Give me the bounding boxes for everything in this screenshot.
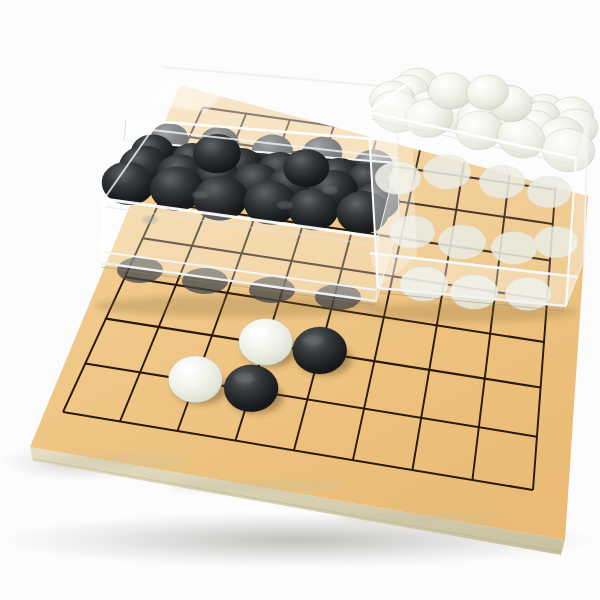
go-board-scene: [0, 0, 600, 600]
white-stone-box: [368, 66, 600, 311]
go-set-photo: [0, 0, 600, 600]
